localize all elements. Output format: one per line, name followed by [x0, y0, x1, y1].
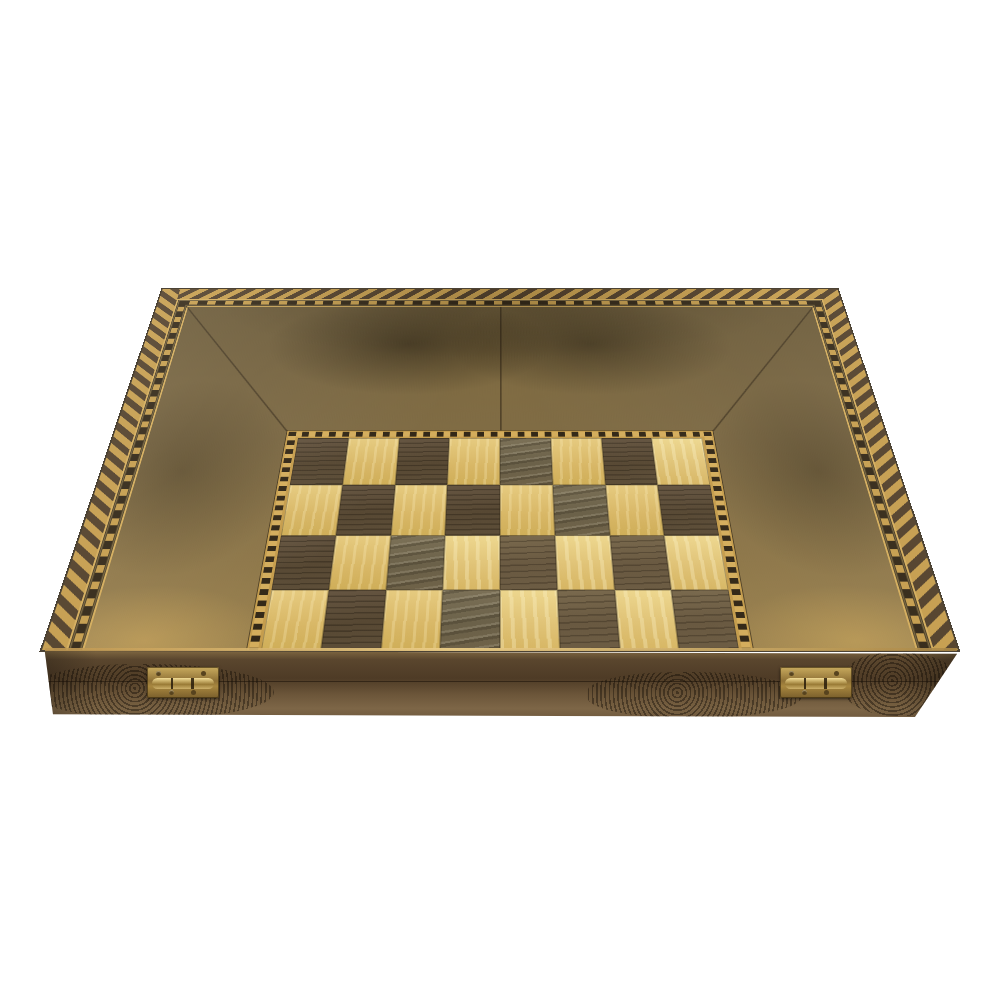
photo-background — [0, 0, 1000, 1000]
board-square-b5 — [321, 590, 386, 650]
board-square-d7 — [445, 485, 500, 535]
board-square-f5 — [557, 590, 619, 650]
board-square-d5 — [440, 590, 500, 650]
hinge-barrel — [152, 678, 214, 689]
veneer-center-seam — [500, 307, 502, 431]
hinge-barrel — [785, 678, 847, 689]
board-square-d6 — [443, 535, 500, 590]
board-square-c8 — [395, 438, 450, 485]
board-square-b6 — [329, 535, 391, 590]
board-square-e8 — [500, 438, 553, 485]
board-square-b8 — [342, 438, 399, 485]
hinge-screws — [169, 690, 174, 695]
veneer-miter-seam-left — [186, 306, 288, 431]
board-square-c6 — [386, 535, 446, 590]
board-square-c7 — [391, 485, 448, 535]
striped-inlay-border-top — [159, 289, 840, 299]
veneer-miter-seam-right — [713, 306, 815, 431]
board-square-e5 — [500, 590, 560, 650]
board-square-g6 — [609, 535, 671, 590]
board-square-f6 — [555, 535, 615, 590]
hinge-screws — [789, 671, 794, 676]
board-square-h6 — [664, 535, 728, 590]
burl-patch-center — [587, 672, 802, 718]
board-square-g8 — [601, 438, 658, 485]
board-square-c5 — [381, 590, 443, 650]
board-square-d8 — [447, 438, 500, 485]
board-square-h7 — [658, 485, 719, 535]
case-front-face — [42, 648, 958, 720]
lid-surface — [42, 289, 958, 650]
case-lid — [42, 289, 958, 650]
checker-dot-inlay-top — [288, 432, 712, 437]
dashed-inlay-top — [179, 301, 821, 304]
hinge-screws — [156, 671, 161, 676]
board-square-h8 — [652, 438, 711, 485]
burl-patch-right — [842, 652, 962, 716]
board-square-f7 — [553, 485, 610, 535]
brass-hinge-right — [780, 667, 852, 698]
brass-hinge-left — [147, 667, 219, 698]
board-square-g5 — [614, 590, 679, 650]
chessboard-frame — [247, 431, 753, 650]
board-square-a8 — [290, 438, 349, 485]
board-square-e6 — [500, 535, 557, 590]
chessboard — [261, 438, 739, 650]
board-square-a7 — [281, 485, 342, 535]
hinge-screws — [802, 690, 807, 695]
board-square-a5 — [261, 590, 329, 650]
board-square-b7 — [336, 485, 395, 535]
board-square-f8 — [551, 438, 606, 485]
board-square-g7 — [605, 485, 664, 535]
board-square-e7 — [500, 485, 555, 535]
board-square-a6 — [271, 535, 335, 590]
lid-edge-highlight — [45, 648, 957, 651]
board-square-h5 — [671, 590, 739, 650]
